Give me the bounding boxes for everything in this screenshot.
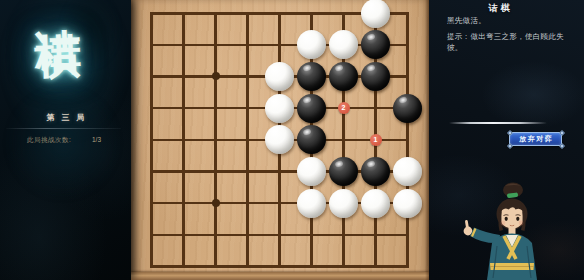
white-stone xyxy=(297,157,326,186)
button-corner-ornament xyxy=(559,143,565,149)
info-panel: 诘棋 黑先做活。 提示：做出弯三之形，使白顾此失彼。 放弃对弈 xyxy=(429,0,584,280)
go-board[interactable]: 21 xyxy=(131,0,429,280)
white-stone xyxy=(265,94,294,123)
white-stone xyxy=(393,189,422,218)
panel-title: 诘棋 xyxy=(429,2,569,15)
black-stone xyxy=(297,125,326,154)
white-stone xyxy=(329,30,358,59)
puzzle-sidebar: 诘棋 第三局 此局挑战次数: 1/3 xyxy=(0,0,131,280)
white-stone xyxy=(297,189,326,218)
advisor-character-illustration xyxy=(453,180,565,280)
button-corner-ornament xyxy=(507,130,513,136)
attempts-value: 1/3 xyxy=(92,136,101,143)
move-marker: 1 xyxy=(370,134,382,146)
give-up-button[interactable]: 放弃对弈 xyxy=(509,132,562,146)
star-point xyxy=(212,72,220,80)
round-label: 第三局 xyxy=(0,112,131,123)
button-corner-ornament xyxy=(559,130,565,136)
grid-line xyxy=(246,12,248,269)
sidebar-divider xyxy=(6,128,121,129)
grid-line xyxy=(406,12,409,269)
grid-line xyxy=(150,12,153,269)
black-stone xyxy=(393,94,422,123)
white-stone xyxy=(265,62,294,91)
white-stone xyxy=(329,189,358,218)
black-stone xyxy=(297,94,326,123)
move-marker: 2 xyxy=(338,102,350,114)
grid-line xyxy=(182,12,184,269)
white-stone xyxy=(265,125,294,154)
panel-divider xyxy=(449,122,547,124)
white-stone xyxy=(393,157,422,186)
button-corner-ornament xyxy=(507,143,513,149)
grid-line xyxy=(214,12,216,269)
black-stone xyxy=(329,157,358,186)
attempts-label: 此局挑战次数: xyxy=(27,136,71,145)
white-stone xyxy=(361,189,390,218)
black-stone xyxy=(329,62,358,91)
game-screen: 21 诘棋 第三局 此局挑战次数: 1/3 诘棋 黑先做活。 提示：做出弯三之形… xyxy=(0,0,584,280)
white-stone xyxy=(361,0,390,28)
white-stone xyxy=(297,30,326,59)
hint-text: 提示：做出弯三之形，使白顾此失彼。 xyxy=(447,32,574,54)
black-stone xyxy=(361,157,390,186)
star-point xyxy=(212,199,220,207)
black-stone xyxy=(361,30,390,59)
board-bottom-edge xyxy=(131,272,429,280)
black-stone xyxy=(297,62,326,91)
black-stone xyxy=(361,62,390,91)
objective-text: 黑先做活。 xyxy=(447,16,574,27)
